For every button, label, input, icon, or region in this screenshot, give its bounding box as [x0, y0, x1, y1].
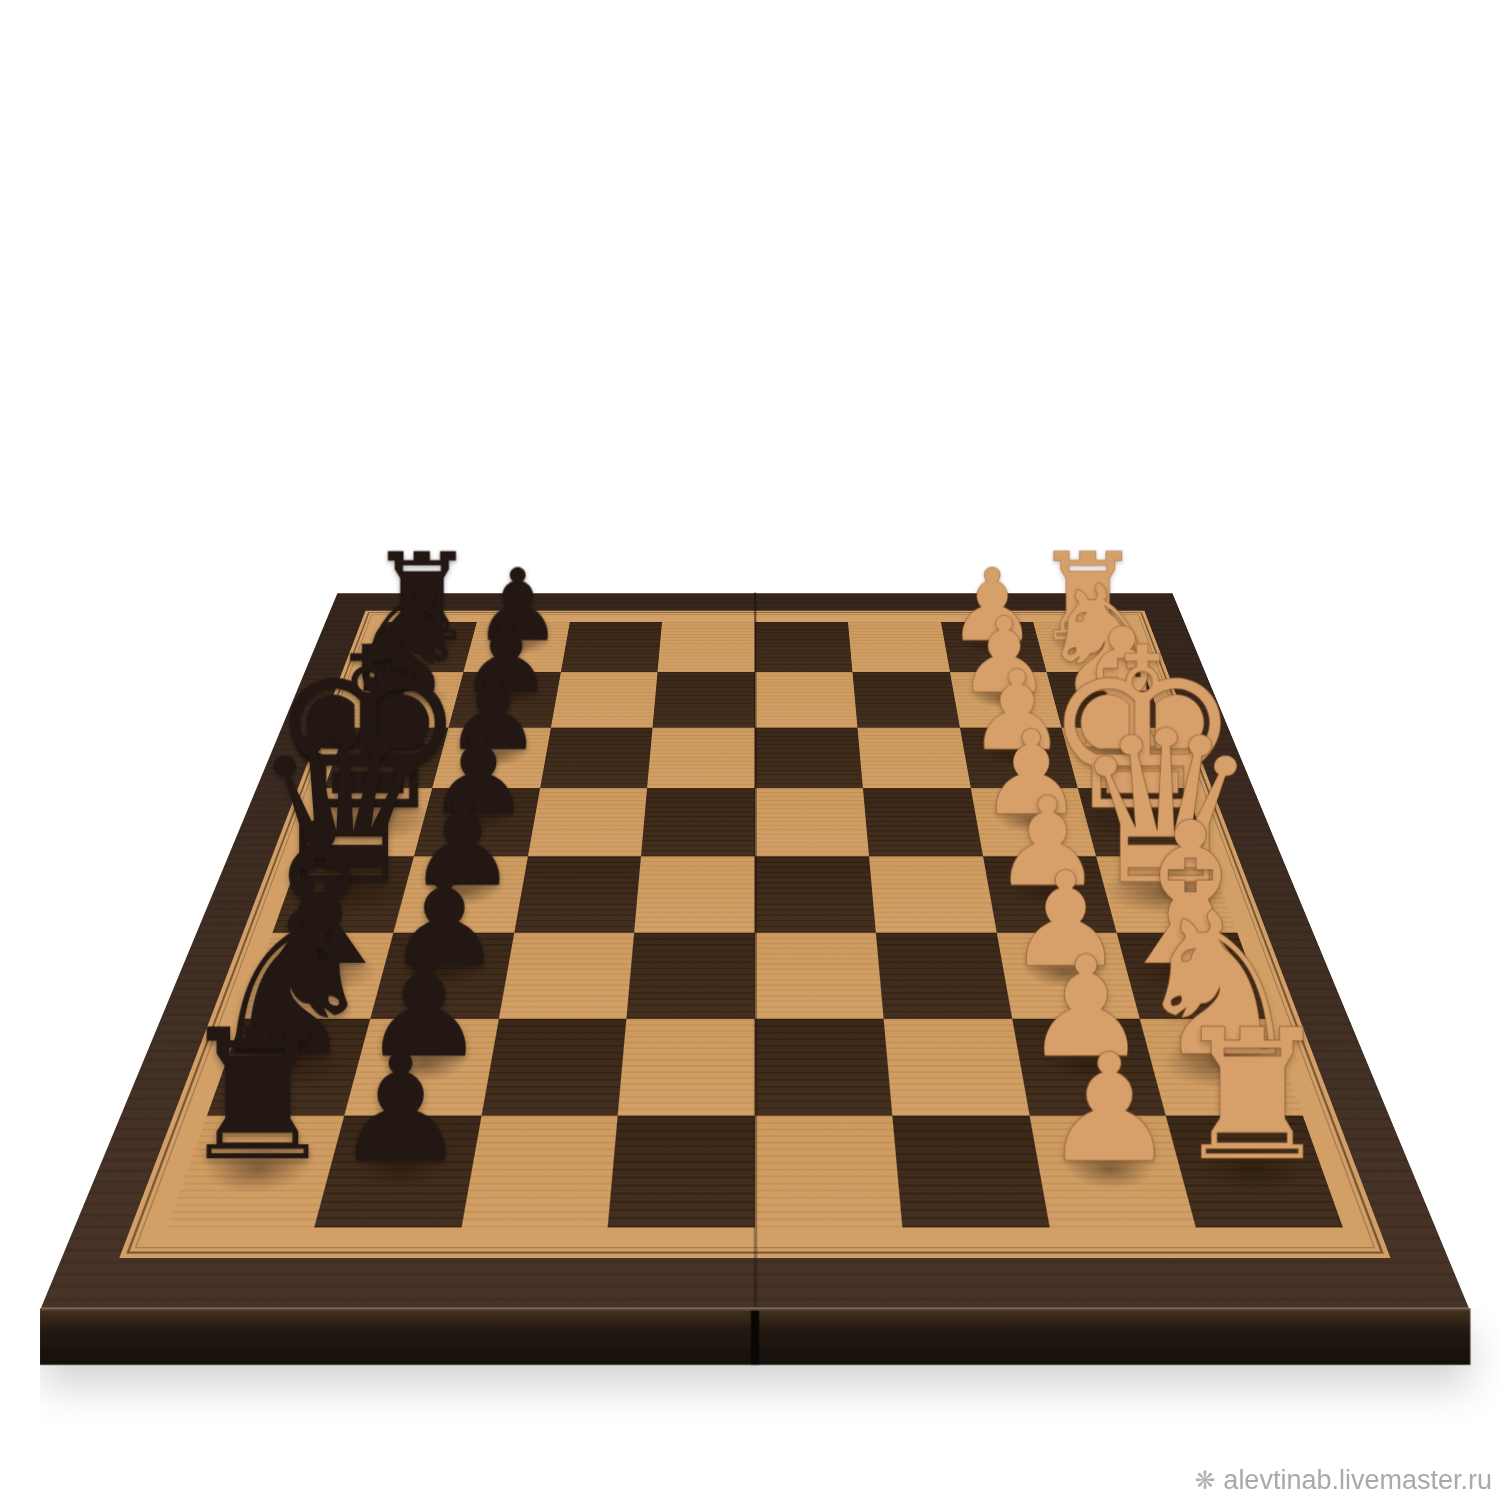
square-e6 — [527, 788, 647, 856]
square-h6 — [560, 622, 662, 672]
piece-black-pawn-a7: ♟ — [325, 1049, 475, 1169]
snowflake-icon: ❋ — [1194, 1466, 1215, 1495]
square-d3 — [869, 856, 996, 932]
square-d6 — [514, 856, 641, 932]
watermark-text: alevtinab.livemaster.ru — [1223, 1465, 1492, 1496]
square-b5 — [618, 1018, 755, 1116]
square-g3 — [852, 672, 959, 727]
watermark: ❋ alevtinab.livemaster.ru — [1194, 1465, 1492, 1496]
square-g4 — [755, 672, 857, 727]
piece-white-rook-a1: ♜ — [1161, 1024, 1342, 1169]
scene: ♜♟♟♜♞♟♟♞♝♟♟♝♚♟♟♚♛♟♟♛♝♟♟♝♞♟♟♞♜♟♟♜ — [0, 0, 1500, 1500]
square-b6 — [481, 1018, 627, 1116]
square-a5 — [608, 1116, 755, 1228]
square-b4 — [755, 1018, 892, 1116]
square-g5 — [653, 672, 755, 727]
piece-black-rook-a8: ♜ — [168, 1024, 349, 1169]
square-a4 — [755, 1116, 902, 1228]
square-c4 — [755, 933, 883, 1019]
product-photo: ♜♟♟♜♞♟♟♞♝♟♟♝♚♟♟♚♛♟♟♛♝♟♟♝♞♟♟♞♜♟♟♜ ❋ alevt… — [0, 0, 1500, 1500]
square-f4 — [755, 727, 863, 788]
square-h3 — [848, 622, 950, 672]
square-c5 — [627, 933, 755, 1019]
square-c6 — [498, 933, 634, 1019]
square-a3 — [892, 1116, 1049, 1228]
square-h4 — [755, 622, 852, 672]
square-e5 — [641, 788, 755, 856]
square-f6 — [540, 727, 653, 788]
square-d5 — [634, 856, 755, 932]
square-e4 — [755, 788, 869, 856]
board-front-edge — [40, 1308, 1471, 1365]
square-f5 — [647, 727, 755, 788]
square-b3 — [883, 1018, 1029, 1116]
square-e3 — [863, 788, 983, 856]
square-h5 — [658, 622, 755, 672]
square-a6 — [461, 1116, 618, 1228]
square-g6 — [551, 672, 658, 727]
square-c3 — [876, 933, 1012, 1019]
chess-board: ♜♟♟♜♞♟♟♞♝♟♟♝♚♟♟♚♛♟♟♛♝♟♟♝♞♟♟♞♜♟♟♜ — [41, 593, 1469, 1308]
square-f3 — [857, 727, 970, 788]
square-d4 — [755, 856, 876, 932]
